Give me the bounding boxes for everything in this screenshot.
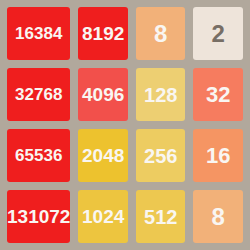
tile-256-r3c3: 256 [136, 129, 186, 182]
tile-8192-r1c2: 8192 [78, 7, 128, 60]
tile-8-r4c4: 8 [193, 190, 243, 243]
tile-1024-r4c2: 1024 [78, 190, 128, 243]
tile-32-r2c4: 32 [193, 68, 243, 121]
tile-65536-r3c1: 65536 [7, 129, 70, 182]
board-2048[interactable]: 1638481928232768409612832655362048256161… [0, 0, 250, 250]
tile-2048-r3c2: 2048 [78, 129, 128, 182]
tile-16384-r1c1: 16384 [7, 7, 70, 60]
tile-131072-r4c1: 131072 [7, 190, 70, 243]
tile-8-r1c3: 8 [136, 7, 186, 60]
tile-4096-r2c2: 4096 [78, 68, 128, 121]
tile-16-r3c4: 16 [193, 129, 243, 182]
tile-128-r2c3: 128 [136, 68, 186, 121]
tile-2-r1c4: 2 [193, 7, 243, 60]
tile-32768-r2c1: 32768 [7, 68, 70, 121]
tile-512-r4c3: 512 [136, 190, 186, 243]
